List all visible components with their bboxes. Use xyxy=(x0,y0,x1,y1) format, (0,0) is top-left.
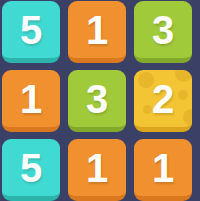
tile-r0c0[interactable]: 5 xyxy=(2,1,60,63)
texture-spot xyxy=(183,109,192,126)
tile-r2c1[interactable]: 1 xyxy=(68,139,126,201)
tile-number: 1 xyxy=(86,10,108,50)
tile-number: 1 xyxy=(86,148,108,188)
tile-r1c0[interactable]: 1 xyxy=(2,70,60,132)
tile-number: 5 xyxy=(20,148,42,188)
tile-number: 1 xyxy=(152,148,174,188)
tile-r2c2[interactable]: 1 xyxy=(134,139,192,201)
tile-r0c2[interactable]: 3 xyxy=(134,1,192,63)
tile-r2c0[interactable]: 5 xyxy=(2,139,60,201)
tile-r1c1[interactable]: 3 xyxy=(68,70,126,132)
texture-spot xyxy=(143,105,152,114)
tile-number: 3 xyxy=(86,79,108,119)
tile-number: 2 xyxy=(152,79,174,119)
tile-number: 1 xyxy=(20,79,42,119)
game-stage: 5 1 3 1 3 2 5 1 1 xyxy=(0,0,200,201)
puzzle-board: 5 1 3 1 3 2 5 1 1 xyxy=(2,1,192,201)
texture-spot xyxy=(178,90,188,100)
tile-number: 3 xyxy=(152,10,174,50)
tile-number: 5 xyxy=(20,10,42,50)
tile-r0c1[interactable]: 1 xyxy=(68,1,126,63)
texture-spot xyxy=(175,70,192,82)
tile-r1c2[interactable]: 2 xyxy=(134,70,192,132)
